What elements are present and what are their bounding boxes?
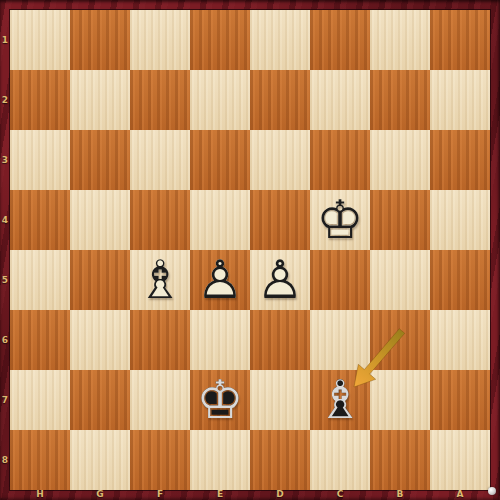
square-a7[interactable]	[430, 370, 490, 430]
square-a4[interactable]	[430, 190, 490, 250]
square-a3[interactable]	[430, 130, 490, 190]
square-g5[interactable]	[70, 250, 130, 310]
square-h1[interactable]	[10, 10, 70, 70]
square-h7[interactable]	[10, 370, 70, 430]
black-bishop-outline: ♗	[310, 370, 370, 430]
square-e2[interactable]	[190, 70, 250, 130]
square-f1[interactable]	[130, 10, 190, 70]
square-e1[interactable]	[190, 10, 250, 70]
square-h4[interactable]	[10, 190, 70, 250]
file-label-a: A	[430, 489, 490, 500]
square-b5[interactable]	[370, 250, 430, 310]
square-g3[interactable]	[70, 130, 130, 190]
square-d6[interactable]	[250, 310, 310, 370]
rank-label-8: 8	[0, 430, 10, 490]
chess-app-window: ♚♔♝♗♟♙♟♙♚♔♝♗ 12345678 HGFEDCBA	[0, 0, 500, 500]
square-b2[interactable]	[370, 70, 430, 130]
rank-label-5: 5	[0, 250, 10, 310]
square-d5[interactable]: ♟♙	[250, 250, 310, 310]
square-d1[interactable]	[250, 10, 310, 70]
corner-dot	[488, 487, 496, 495]
square-d2[interactable]	[250, 70, 310, 130]
file-label-e: E	[190, 489, 250, 500]
chess-board: ♚♔♝♗♟♙♟♙♚♔♝♗	[10, 10, 490, 490]
square-c6[interactable]	[310, 310, 370, 370]
square-h5[interactable]	[10, 250, 70, 310]
square-h8[interactable]	[10, 430, 70, 490]
file-label-b: B	[370, 489, 430, 500]
square-g6[interactable]	[70, 310, 130, 370]
piece-white-pawn-d5[interactable]: ♟♙	[250, 250, 310, 310]
square-c1[interactable]	[310, 10, 370, 70]
square-f7[interactable]	[130, 370, 190, 430]
square-f4[interactable]	[130, 190, 190, 250]
square-c5[interactable]	[310, 250, 370, 310]
square-h3[interactable]	[10, 130, 70, 190]
rank-label-4: 4	[0, 190, 10, 250]
square-d3[interactable]	[250, 130, 310, 190]
square-e5[interactable]: ♟♙	[190, 250, 250, 310]
square-g1[interactable]	[70, 10, 130, 70]
square-c7[interactable]: ♝♗	[310, 370, 370, 430]
square-g2[interactable]	[70, 70, 130, 130]
square-a5[interactable]	[430, 250, 490, 310]
square-c4[interactable]: ♚♔	[310, 190, 370, 250]
square-a8[interactable]	[430, 430, 490, 490]
square-e4[interactable]	[190, 190, 250, 250]
piece-white-bishop-f5[interactable]: ♝♗	[130, 250, 190, 310]
square-f6[interactable]	[130, 310, 190, 370]
black-king-outline: ♔	[190, 370, 250, 430]
rank-label-7: 7	[0, 370, 10, 430]
piece-black-bishop-c7[interactable]: ♝♗	[310, 370, 370, 430]
white-pawn-outline: ♙	[190, 250, 250, 310]
square-e3[interactable]	[190, 130, 250, 190]
file-label-d: D	[250, 489, 310, 500]
square-d7[interactable]	[250, 370, 310, 430]
square-f8[interactable]	[130, 430, 190, 490]
square-f5[interactable]: ♝♗	[130, 250, 190, 310]
file-label-f: F	[130, 489, 190, 500]
square-e7[interactable]: ♚♔	[190, 370, 250, 430]
square-e8[interactable]	[190, 430, 250, 490]
square-b8[interactable]	[370, 430, 430, 490]
square-e6[interactable]	[190, 310, 250, 370]
piece-white-pawn-e5[interactable]: ♟♙	[190, 250, 250, 310]
square-c8[interactable]	[310, 430, 370, 490]
square-g8[interactable]	[70, 430, 130, 490]
square-a1[interactable]	[430, 10, 490, 70]
square-b1[interactable]	[370, 10, 430, 70]
square-b4[interactable]	[370, 190, 430, 250]
piece-black-king-e7[interactable]: ♚♔	[190, 370, 250, 430]
square-h2[interactable]	[10, 70, 70, 130]
file-label-c: C	[310, 489, 370, 500]
square-g4[interactable]	[70, 190, 130, 250]
square-b6[interactable]	[370, 310, 430, 370]
square-b7[interactable]	[370, 370, 430, 430]
white-king-outline: ♔	[310, 190, 370, 250]
square-f2[interactable]	[130, 70, 190, 130]
file-label-h: H	[10, 489, 70, 500]
square-a6[interactable]	[430, 310, 490, 370]
white-bishop-outline: ♗	[130, 250, 190, 310]
square-c2[interactable]	[310, 70, 370, 130]
piece-white-king-c4[interactable]: ♚♔	[310, 190, 370, 250]
square-g7[interactable]	[70, 370, 130, 430]
rank-label-1: 1	[0, 10, 10, 70]
square-d8[interactable]	[250, 430, 310, 490]
square-c3[interactable]	[310, 130, 370, 190]
square-d4[interactable]	[250, 190, 310, 250]
rank-label-3: 3	[0, 130, 10, 190]
square-f3[interactable]	[130, 130, 190, 190]
rank-label-2: 2	[0, 70, 10, 130]
square-b3[interactable]	[370, 130, 430, 190]
white-pawn-outline: ♙	[250, 250, 310, 310]
square-a2[interactable]	[430, 70, 490, 130]
square-h6[interactable]	[10, 310, 70, 370]
rank-label-6: 6	[0, 310, 10, 370]
file-label-g: G	[70, 489, 130, 500]
